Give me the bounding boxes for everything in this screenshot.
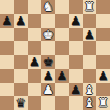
square-h3[interactable]: ♟ [96, 69, 110, 83]
square-a5[interactable] [0, 41, 14, 55]
square-c1[interactable] [28, 96, 42, 110]
square-c3[interactable] [28, 69, 42, 83]
square-d1[interactable] [41, 96, 55, 110]
square-b8[interactable] [14, 0, 28, 14]
square-h7[interactable] [96, 14, 110, 28]
square-a1[interactable] [0, 96, 14, 110]
square-f8[interactable] [69, 0, 83, 14]
square-b2[interactable] [14, 83, 28, 97]
square-e1[interactable] [55, 96, 69, 110]
square-h5[interactable] [96, 41, 110, 55]
square-b4[interactable] [14, 55, 28, 69]
square-e6[interactable] [55, 28, 69, 42]
square-b3[interactable] [14, 69, 28, 83]
square-h8[interactable] [96, 0, 110, 14]
square-a6[interactable] [0, 28, 14, 42]
piece-white-bishop: ♝ [84, 96, 95, 110]
piece-black-pawn: ♟ [84, 28, 95, 42]
piece-white-pawn: ♟ [43, 83, 54, 97]
piece-black-king: ♚ [43, 55, 54, 69]
square-d8[interactable]: ♞ [41, 0, 55, 14]
piece-white-rook: ♜ [98, 96, 109, 110]
square-e2[interactable] [55, 83, 69, 97]
square-g6[interactable]: ♟ [83, 28, 97, 42]
piece-black-pawn: ♟ [56, 69, 67, 83]
piece-black-queen: ♛ [15, 96, 26, 110]
square-f2[interactable]: ♟ [69, 83, 83, 97]
square-d7[interactable] [41, 14, 55, 28]
square-c5[interactable] [28, 41, 42, 55]
piece-black-pawn: ♟ [15, 14, 26, 28]
square-e3[interactable]: ♟ [55, 69, 69, 83]
square-f4[interactable] [69, 55, 83, 69]
square-g4[interactable] [83, 55, 97, 69]
square-b6[interactable] [14, 28, 28, 42]
piece-white-king: ♚ [43, 28, 54, 42]
square-g7[interactable] [83, 14, 97, 28]
square-b1[interactable]: ♛ [14, 96, 28, 110]
square-g8[interactable]: ♜ [83, 0, 97, 14]
square-g2[interactable]: ♝ [83, 83, 97, 97]
square-h4[interactable] [96, 55, 110, 69]
square-d3[interactable]: ♟ [41, 69, 55, 83]
square-f1[interactable] [69, 96, 83, 110]
square-d6[interactable]: ♚ [41, 28, 55, 42]
square-c8[interactable] [28, 0, 42, 14]
square-a4[interactable] [0, 55, 14, 69]
piece-black-pawn: ♟ [70, 14, 81, 28]
square-c4[interactable]: ♟ [28, 55, 42, 69]
square-f7[interactable]: ♟ [69, 14, 83, 28]
square-g5[interactable] [83, 41, 97, 55]
piece-black-pawn: ♟ [1, 14, 12, 28]
square-c7[interactable] [28, 14, 42, 28]
square-a2[interactable] [0, 83, 14, 97]
square-f5[interactable] [69, 41, 83, 55]
square-f6[interactable] [69, 28, 83, 42]
piece-white-bishop: ♝ [84, 83, 95, 97]
square-e5[interactable] [55, 41, 69, 55]
piece-black-pawn: ♟ [70, 83, 81, 97]
piece-white-knight: ♞ [43, 0, 54, 14]
square-h2[interactable] [96, 83, 110, 97]
piece-black-pawn: ♟ [98, 69, 109, 83]
piece-black-pawn: ♟ [29, 55, 40, 69]
square-g1[interactable]: ♝ [83, 96, 97, 110]
square-e4[interactable] [55, 55, 69, 69]
square-f3[interactable] [69, 69, 83, 83]
square-a8[interactable] [0, 0, 14, 14]
square-b7[interactable]: ♟ [14, 14, 28, 28]
square-d4[interactable]: ♚ [41, 55, 55, 69]
piece-black-pawn: ♟ [43, 69, 54, 83]
square-a7[interactable]: ♟ [0, 14, 14, 28]
piece-white-rook: ♜ [84, 0, 95, 14]
square-c6[interactable] [28, 28, 42, 42]
chess-board: ♞♜♟♟♟♚♟♟♚♟♟♟♟♟♝♛♝♜ [0, 0, 110, 110]
square-a3[interactable] [0, 69, 14, 83]
square-g3[interactable] [83, 69, 97, 83]
square-d5[interactable] [41, 41, 55, 55]
square-h1[interactable]: ♜ [96, 96, 110, 110]
square-e8[interactable] [55, 0, 69, 14]
square-d2[interactable]: ♟ [41, 83, 55, 97]
square-b5[interactable] [14, 41, 28, 55]
square-h6[interactable] [96, 28, 110, 42]
square-c2[interactable] [28, 83, 42, 97]
square-e7[interactable] [55, 14, 69, 28]
